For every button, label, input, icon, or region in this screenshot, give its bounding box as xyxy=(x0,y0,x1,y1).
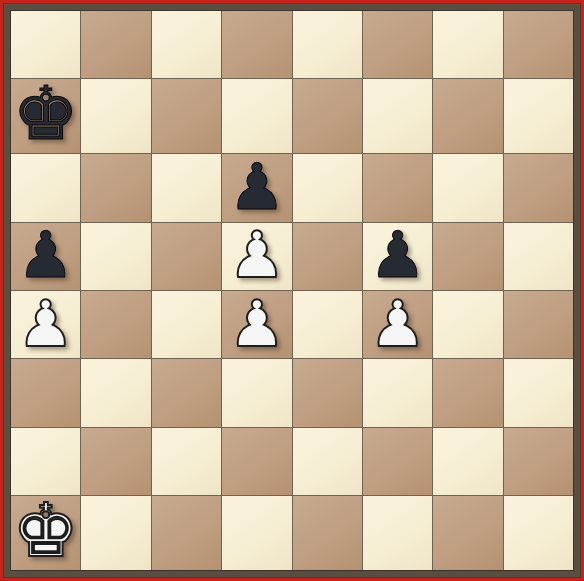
square-b1[interactable] xyxy=(81,496,150,570)
square-d5[interactable]: ♟ xyxy=(222,223,291,290)
square-c6[interactable] xyxy=(152,154,221,221)
square-f3[interactable] xyxy=(363,359,432,426)
square-b8[interactable] xyxy=(81,11,150,78)
black-king[interactable]: ♚ xyxy=(13,76,79,150)
square-g8[interactable] xyxy=(433,11,502,78)
square-h1[interactable] xyxy=(504,496,573,570)
square-g1[interactable] xyxy=(433,496,502,570)
square-f2[interactable] xyxy=(363,428,432,495)
square-h8[interactable] xyxy=(504,11,573,78)
square-d2[interactable] xyxy=(222,428,291,495)
square-h3[interactable] xyxy=(504,359,573,426)
square-a1[interactable]: ♚ xyxy=(11,496,80,570)
board-screenshot-root: ♚♟♟♟♟♟♟♟♚ xyxy=(0,0,584,581)
square-e3[interactable] xyxy=(293,359,362,426)
square-d1[interactable] xyxy=(222,496,291,570)
square-a3[interactable] xyxy=(11,359,80,426)
square-e7[interactable] xyxy=(293,79,362,153)
square-e8[interactable] xyxy=(293,11,362,78)
square-h4[interactable] xyxy=(504,291,573,358)
square-f4[interactable]: ♟ xyxy=(363,291,432,358)
square-a6[interactable] xyxy=(11,154,80,221)
square-f8[interactable] xyxy=(363,11,432,78)
square-e6[interactable] xyxy=(293,154,362,221)
square-g7[interactable] xyxy=(433,79,502,153)
outer-red-border: ♚♟♟♟♟♟♟♟♚ xyxy=(0,0,584,581)
white-pawn[interactable]: ♟ xyxy=(17,292,74,356)
square-c8[interactable] xyxy=(152,11,221,78)
square-h2[interactable] xyxy=(504,428,573,495)
square-b5[interactable] xyxy=(81,223,150,290)
chessboard: ♚♟♟♟♟♟♟♟♚ xyxy=(11,11,573,570)
square-d6[interactable]: ♟ xyxy=(222,154,291,221)
square-h6[interactable] xyxy=(504,154,573,221)
square-f1[interactable] xyxy=(363,496,432,570)
white-king[interactable]: ♚ xyxy=(13,493,79,567)
black-pawn[interactable]: ♟ xyxy=(17,223,74,287)
square-a5[interactable]: ♟ xyxy=(11,223,80,290)
square-f6[interactable] xyxy=(363,154,432,221)
square-c1[interactable] xyxy=(152,496,221,570)
square-e5[interactable] xyxy=(293,223,362,290)
square-d8[interactable] xyxy=(222,11,291,78)
square-f5[interactable]: ♟ xyxy=(363,223,432,290)
square-a4[interactable]: ♟ xyxy=(11,291,80,358)
square-a2[interactable] xyxy=(11,428,80,495)
square-b7[interactable] xyxy=(81,79,150,153)
square-g2[interactable] xyxy=(433,428,502,495)
square-f7[interactable] xyxy=(363,79,432,153)
square-c2[interactable] xyxy=(152,428,221,495)
white-pawn[interactable]: ♟ xyxy=(228,292,285,356)
square-a8[interactable] xyxy=(11,11,80,78)
square-c4[interactable] xyxy=(152,291,221,358)
square-d4[interactable]: ♟ xyxy=(222,291,291,358)
square-b4[interactable] xyxy=(81,291,150,358)
black-pawn[interactable]: ♟ xyxy=(228,155,285,219)
square-g6[interactable] xyxy=(433,154,502,221)
white-pawn[interactable]: ♟ xyxy=(369,292,426,356)
white-pawn[interactable]: ♟ xyxy=(228,223,285,287)
square-d3[interactable] xyxy=(222,359,291,426)
square-h7[interactable] xyxy=(504,79,573,153)
square-a7[interactable]: ♚ xyxy=(11,79,80,153)
square-h5[interactable] xyxy=(504,223,573,290)
square-b3[interactable] xyxy=(81,359,150,426)
square-b6[interactable] xyxy=(81,154,150,221)
square-g4[interactable] xyxy=(433,291,502,358)
square-c3[interactable] xyxy=(152,359,221,426)
square-g3[interactable] xyxy=(433,359,502,426)
square-e4[interactable] xyxy=(293,291,362,358)
square-g5[interactable] xyxy=(433,223,502,290)
square-d7[interactable] xyxy=(222,79,291,153)
square-e1[interactable] xyxy=(293,496,362,570)
square-b2[interactable] xyxy=(81,428,150,495)
board-frame: ♚♟♟♟♟♟♟♟♚ xyxy=(11,11,573,570)
square-c7[interactable] xyxy=(152,79,221,153)
square-c5[interactable] xyxy=(152,223,221,290)
black-pawn[interactable]: ♟ xyxy=(369,223,426,287)
square-e2[interactable] xyxy=(293,428,362,495)
